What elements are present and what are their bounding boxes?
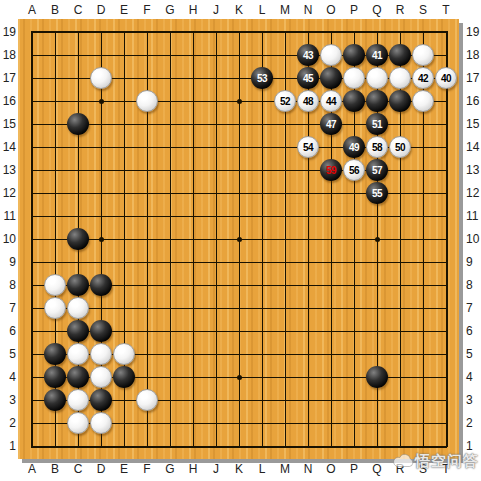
grid-line-horizontal: [31, 308, 447, 309]
column-label-top: Q: [366, 3, 389, 17]
stone-black[interactable]: 41: [366, 44, 388, 66]
column-label-bottom: N: [297, 462, 320, 476]
row-label-right: 17: [466, 70, 479, 86]
column-label-bottom: J: [205, 462, 228, 476]
stone-white[interactable]: [67, 343, 89, 365]
grid-line-horizontal: [31, 262, 447, 263]
column-label-bottom: B: [44, 462, 67, 476]
row-label-right: 2: [466, 415, 473, 431]
stone-white[interactable]: 42: [412, 67, 434, 89]
star-point: [99, 237, 104, 242]
row-label-left: 9: [0, 254, 16, 270]
row-label-right: 5: [466, 346, 473, 362]
stone-black[interactable]: [320, 67, 342, 89]
stone-white[interactable]: 54: [297, 136, 319, 158]
stone-white[interactable]: [136, 389, 158, 411]
row-label-right: 1: [466, 438, 473, 454]
row-label-right: 4: [466, 369, 473, 385]
move-number: 40: [441, 73, 451, 84]
stone-black[interactable]: [67, 320, 89, 342]
move-number: 49: [349, 142, 359, 153]
stone-black[interactable]: [90, 389, 112, 411]
row-label-right: 8: [466, 277, 473, 293]
stone-white[interactable]: [90, 67, 112, 89]
move-number: 54: [303, 142, 313, 153]
move-number: 58: [372, 142, 382, 153]
column-label-bottom: F: [136, 462, 159, 476]
column-label-bottom: L: [251, 462, 274, 476]
column-label-bottom: C: [67, 462, 90, 476]
stone-white[interactable]: [90, 412, 112, 434]
stone-black[interactable]: 55: [366, 182, 388, 204]
column-label-bottom: O: [320, 462, 343, 476]
stone-black[interactable]: [343, 44, 365, 66]
column-label-top: O: [320, 3, 343, 17]
row-label-left: 6: [0, 323, 16, 339]
column-label-bottom: T: [435, 462, 458, 476]
row-label-left: 7: [0, 300, 16, 316]
row-label-right: 6: [466, 323, 473, 339]
stone-white[interactable]: [389, 67, 411, 89]
column-label-top: A: [21, 3, 44, 17]
stone-white[interactable]: [90, 366, 112, 388]
stone-white[interactable]: [67, 412, 89, 434]
column-label-bottom: P: [343, 462, 366, 476]
stone-white[interactable]: 48: [297, 90, 319, 112]
stone-black[interactable]: 43: [297, 44, 319, 66]
row-label-left: 15: [0, 116, 16, 132]
stone-white[interactable]: [136, 90, 158, 112]
stone-black[interactable]: [90, 274, 112, 296]
star-point: [375, 237, 380, 242]
row-label-right: 11: [466, 208, 478, 224]
row-label-left: 12: [0, 185, 16, 201]
stone-black[interactable]: 45: [297, 67, 319, 89]
column-label-top: C: [67, 3, 90, 17]
column-label-top: G: [159, 3, 182, 17]
row-label-left: 13: [0, 162, 16, 178]
column-label-top: F: [136, 3, 159, 17]
row-label-right: 9: [466, 254, 473, 270]
grid-line-horizontal: [31, 446, 447, 448]
column-label-bottom: A: [21, 462, 44, 476]
row-label-right: 16: [466, 93, 479, 109]
row-label-left: 10: [0, 231, 16, 247]
column-label-bottom: R: [389, 462, 412, 476]
stone-black[interactable]: [67, 228, 89, 250]
stone-white[interactable]: [366, 67, 388, 89]
row-label-left: 1: [0, 438, 16, 454]
stone-white[interactable]: [412, 44, 434, 66]
move-number: 43: [303, 50, 313, 61]
stone-white[interactable]: [113, 343, 135, 365]
column-label-top: L: [251, 3, 274, 17]
move-number: 42: [418, 73, 428, 84]
column-label-top: D: [90, 3, 113, 17]
column-label-bottom: M: [274, 462, 297, 476]
column-label-top: N: [297, 3, 320, 17]
go-board[interactable]: 43415345424052484447515449585059565755: [18, 19, 459, 459]
row-label-left: 14: [0, 139, 16, 155]
move-number: 48: [303, 96, 313, 107]
last-move-number: 59: [326, 165, 336, 176]
row-label-right: 15: [466, 116, 479, 132]
stone-black[interactable]: 59: [320, 159, 342, 181]
stone-white[interactable]: 50: [389, 136, 411, 158]
row-label-left: 8: [0, 277, 16, 293]
star-point: [237, 99, 242, 104]
column-label-top: S: [412, 3, 435, 17]
stone-white[interactable]: 44: [320, 90, 342, 112]
stone-black[interactable]: 49: [343, 136, 365, 158]
move-number: 57: [372, 165, 382, 176]
row-label-right: 18: [466, 47, 479, 63]
stone-black[interactable]: [90, 320, 112, 342]
row-label-left: 4: [0, 369, 16, 385]
stone-black[interactable]: 51: [366, 113, 388, 135]
stone-black[interactable]: [44, 366, 66, 388]
move-number: 50: [395, 142, 405, 153]
star-point: [99, 99, 104, 104]
stone-black[interactable]: [67, 274, 89, 296]
column-label-top: E: [113, 3, 136, 17]
column-label-top: M: [274, 3, 297, 17]
grid-line-vertical: [446, 31, 448, 447]
stone-black[interactable]: [67, 366, 89, 388]
column-label-top: J: [205, 3, 228, 17]
stone-white[interactable]: [320, 44, 342, 66]
stone-black[interactable]: 47: [320, 113, 342, 135]
move-number: 51: [372, 119, 382, 130]
stone-white[interactable]: [90, 343, 112, 365]
row-label-left: 3: [0, 392, 16, 408]
grid-line-vertical: [262, 31, 263, 447]
stone-black[interactable]: [389, 90, 411, 112]
stone-black[interactable]: [366, 90, 388, 112]
row-label-left: 16: [0, 93, 16, 109]
stone-black[interactable]: [44, 343, 66, 365]
stone-white[interactable]: [67, 297, 89, 319]
stone-white[interactable]: [44, 274, 66, 296]
row-label-right: 3: [466, 392, 473, 408]
stone-white[interactable]: 58: [366, 136, 388, 158]
stone-black[interactable]: [113, 366, 135, 388]
column-label-bottom: D: [90, 462, 113, 476]
row-label-right: 14: [466, 139, 479, 155]
move-number: 41: [372, 50, 382, 61]
row-label-left: 17: [0, 70, 16, 86]
move-number: 45: [303, 73, 313, 84]
column-label-bottom: G: [159, 462, 182, 476]
row-label-right: 12: [466, 185, 479, 201]
column-label-top: T: [435, 3, 458, 17]
stone-black[interactable]: [343, 90, 365, 112]
move-number: 56: [349, 165, 359, 176]
stone-white[interactable]: [44, 297, 66, 319]
stone-white[interactable]: 56: [343, 159, 365, 181]
stone-black[interactable]: 57: [366, 159, 388, 181]
star-point: [237, 375, 242, 380]
column-label-top: R: [389, 3, 412, 17]
row-label-left: 11: [0, 208, 16, 224]
row-label-right: 19: [466, 24, 479, 40]
column-label-top: B: [44, 3, 67, 17]
move-number: 47: [326, 119, 336, 130]
row-label-right: 13: [466, 162, 479, 178]
column-label-bottom: Q: [366, 462, 389, 476]
row-label-left: 2: [0, 415, 16, 431]
column-label-bottom: E: [113, 462, 136, 476]
move-number: 44: [326, 96, 336, 107]
move-number: 52: [280, 96, 290, 107]
column-label-bottom: K: [228, 462, 251, 476]
column-label-bottom: S: [412, 462, 435, 476]
move-number: 55: [372, 188, 382, 199]
go-diagram: 43415345424052484447515449585059565755 A…: [0, 0, 481, 481]
stone-black[interactable]: [44, 389, 66, 411]
star-point: [237, 237, 242, 242]
stone-white[interactable]: [412, 90, 434, 112]
stone-black[interactable]: 53: [251, 67, 273, 89]
row-label-left: 5: [0, 346, 16, 362]
row-label-left: 18: [0, 47, 16, 63]
stone-white[interactable]: [343, 67, 365, 89]
move-number: 53: [257, 73, 267, 84]
column-label-top: P: [343, 3, 366, 17]
stone-white[interactable]: [67, 389, 89, 411]
stone-black[interactable]: [366, 366, 388, 388]
stone-white[interactable]: 52: [274, 90, 296, 112]
column-label-top: K: [228, 3, 251, 17]
stone-white[interactable]: 40: [435, 67, 457, 89]
row-label-left: 19: [0, 24, 16, 40]
row-label-right: 10: [466, 231, 479, 247]
stone-black[interactable]: [67, 113, 89, 135]
column-label-top: H: [182, 3, 205, 17]
stone-black[interactable]: [389, 44, 411, 66]
column-label-bottom: H: [182, 462, 205, 476]
row-label-right: 7: [466, 300, 473, 316]
